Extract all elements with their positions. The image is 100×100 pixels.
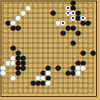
black-stone[interactable]: ● — [51, 11, 56, 16]
white-stone[interactable]: ● — [46, 81, 51, 86]
white-stone[interactable]: ● — [11, 76, 16, 81]
black-stone[interactable]: ● — [71, 41, 76, 46]
move-number-mark — [67, 12, 69, 14]
black-stone[interactable]: ● — [81, 51, 86, 56]
white-stone[interactable]: ● — [26, 6, 31, 11]
black-stone[interactable]: ● — [76, 31, 81, 36]
black-stone[interactable]: ● — [16, 26, 21, 31]
white-stone[interactable]: ● — [16, 16, 21, 21]
black-stone[interactable]: ● — [86, 21, 91, 26]
black-stone[interactable]: ● — [61, 31, 66, 36]
stones-layer: ●●●●●●●●●●●●●●●●●●●●●●●●●●●●●●●●●●●●●●●●… — [0, 0, 100, 100]
move-number-mark — [72, 17, 74, 19]
white-stone[interactable]: ● — [21, 11, 26, 16]
white-stone[interactable]: ● — [1, 71, 6, 76]
black-stone[interactable]: ● — [21, 66, 26, 71]
white-stone[interactable]: ● — [76, 71, 81, 76]
go-diagram: ●●●●●●●●●●●●●●●●●●●●●●●●●●●●●●●●●●●●●●●●… — [0, 0, 100, 100]
white-stone[interactable]: ● — [81, 66, 86, 71]
black-stone[interactable]: ● — [16, 71, 21, 76]
go-board[interactable]: ●●●●●●●●●●●●●●●●●●●●●●●●●●●●●●●●●●●●●●●●… — [0, 0, 100, 100]
black-stone[interactable]: ● — [91, 51, 96, 56]
black-stone[interactable]: ● — [56, 66, 61, 71]
move-number-mark — [62, 22, 64, 24]
